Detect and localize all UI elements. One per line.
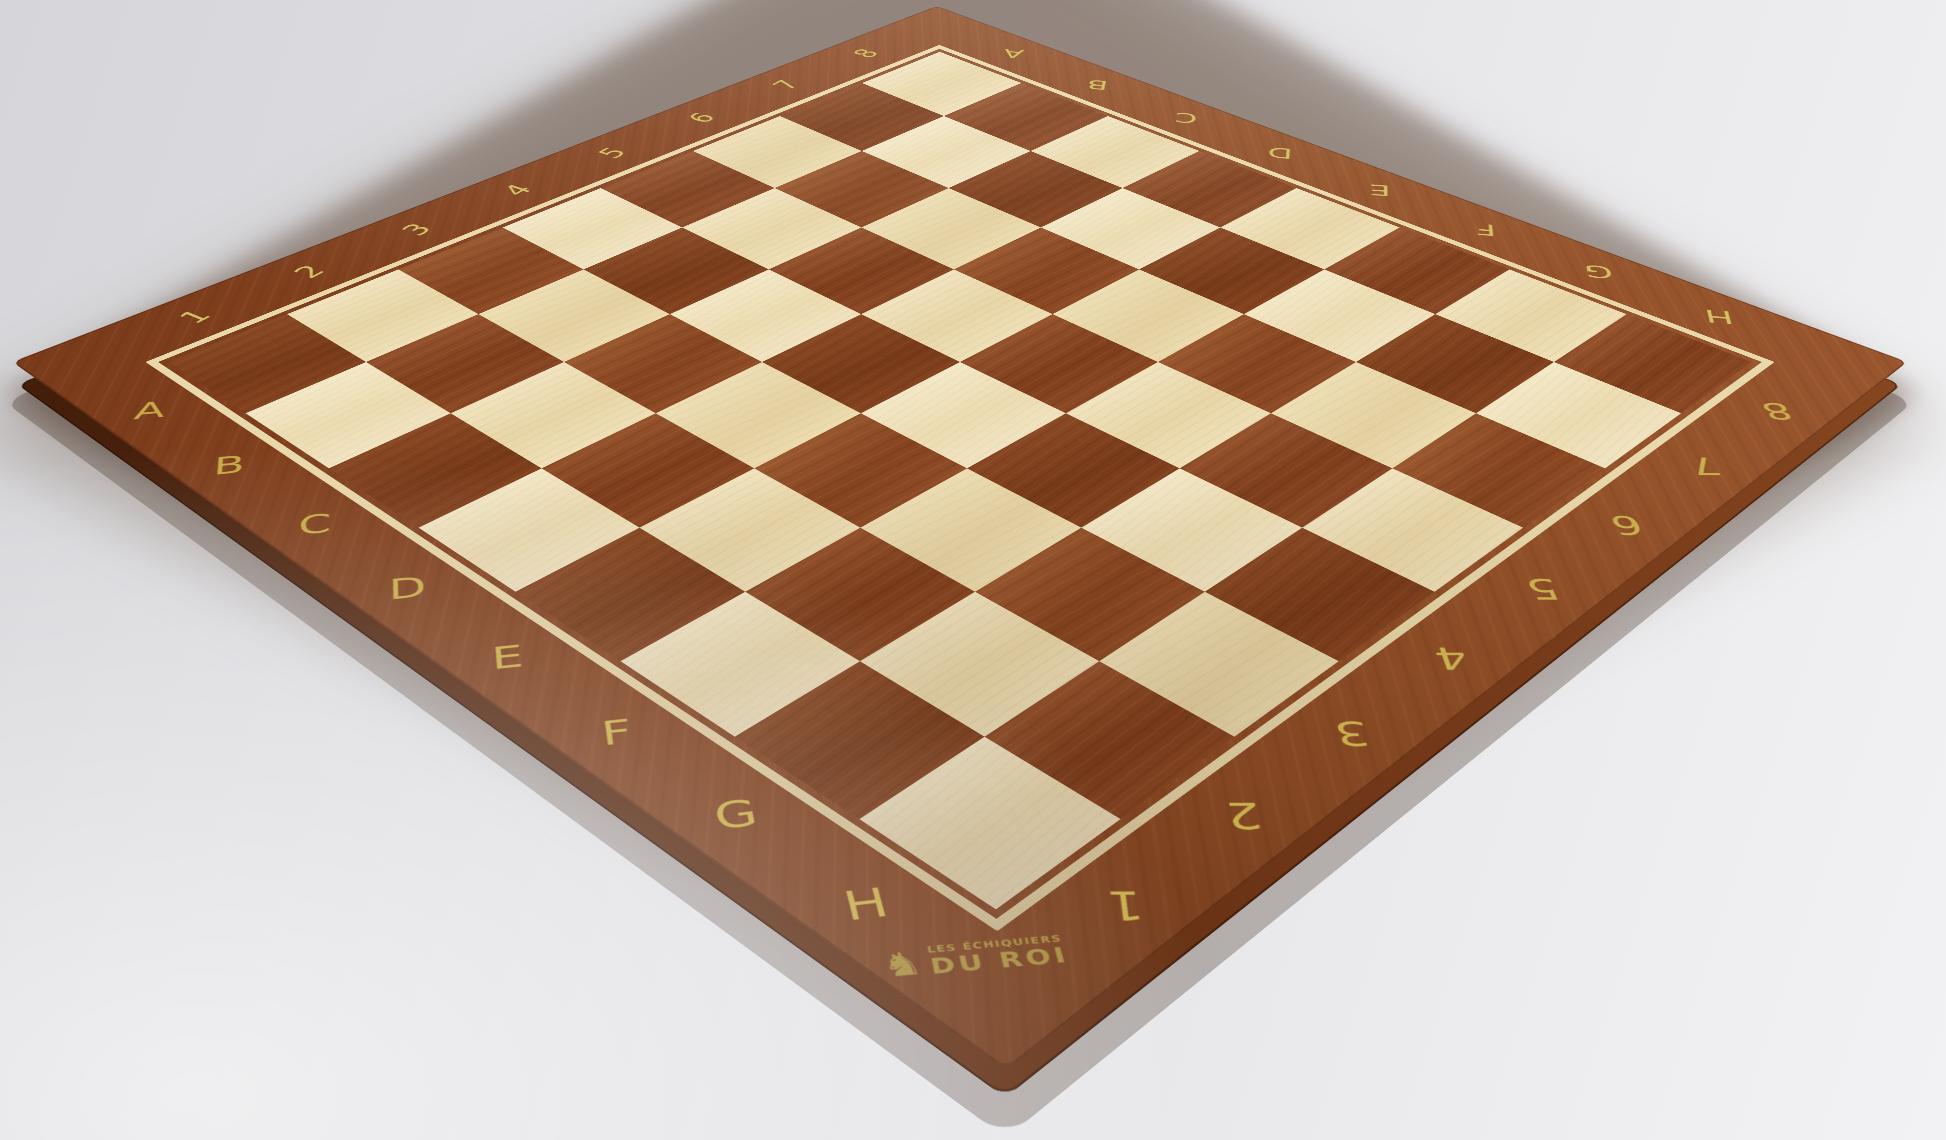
file-label-top-g: G	[1583, 262, 1614, 281]
rank-label-left-4: 4	[498, 182, 537, 198]
file-label-top-f: F	[1475, 221, 1497, 238]
rank-label-right-3: 3	[1331, 716, 1374, 749]
maple-inlay-line	[145, 45, 1774, 931]
file-label-bottom-a: A	[132, 398, 166, 423]
file-label-bottom-e: E	[490, 641, 525, 674]
rank-label-right-1: 1	[1104, 885, 1146, 925]
file-label-top-c: C	[1174, 111, 1198, 125]
brand-logo: ♞ LES ÉCHIQUIERS DU ROI	[879, 930, 1124, 984]
file-label-top-e: E	[1369, 182, 1391, 198]
rank-label-left-7: 7	[768, 78, 804, 92]
board-3d-scene: ♞ LES ÉCHIQUIERS DU ROI AA11BB22CC33DD44…	[290, 0, 1630, 1032]
file-label-bottom-f: F	[599, 715, 634, 751]
file-label-top-h: H	[1703, 307, 1736, 327]
board-surface: ♞ LES ÉCHIQUIERS DU ROI AA11BB22CC33DD44…	[12, 6, 1907, 1070]
photo-background: ♞ LES ÉCHIQUIERS DU ROI AA11BB22CC33DD44…	[0, 0, 1946, 1140]
rank-label-left-1: 1	[173, 307, 216, 327]
rank-label-right-5: 5	[1521, 574, 1563, 602]
brand-name: LES ÉCHIQUIERS DU ROI	[926, 934, 1072, 979]
rank-label-right-6: 6	[1606, 512, 1648, 538]
rank-label-left-5: 5	[593, 145, 631, 160]
rank-label-right-2: 2	[1223, 797, 1265, 833]
knight-icon: ♞	[879, 947, 926, 983]
rank-label-left-8: 8	[848, 47, 883, 60]
file-label-top-d: D	[1267, 145, 1293, 160]
file-label-bottom-c: C	[298, 510, 332, 539]
rank-label-left-2: 2	[289, 263, 331, 281]
board-field	[168, 52, 1752, 910]
file-label-top-b: B	[1085, 78, 1109, 92]
rank-label-left-6: 6	[683, 111, 720, 125]
file-label-bottom-g: G	[711, 795, 761, 836]
file-label-top-a: A	[1002, 47, 1026, 60]
file-label-bottom-d: D	[388, 573, 427, 605]
board-3d: ♞ LES ÉCHIQUIERS DU ROI AA11BB22CC33DD44…	[12, 6, 1907, 1070]
rank-label-right-7: 7	[1684, 454, 1726, 478]
rank-label-left-3: 3	[397, 221, 438, 238]
file-label-bottom-h: H	[840, 883, 893, 928]
rank-label-right-8: 8	[1756, 399, 1797, 421]
rank-label-right-4: 4	[1430, 642, 1473, 673]
file-label-bottom-b: B	[212, 452, 246, 479]
